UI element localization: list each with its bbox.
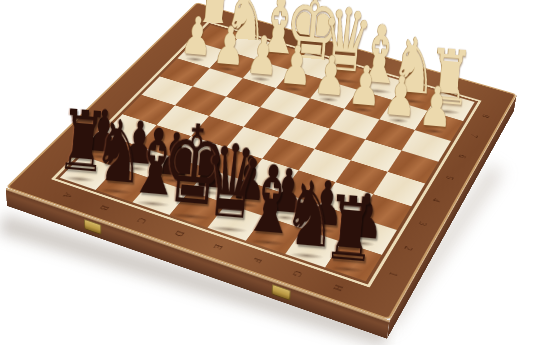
dark-rook-h1: ♜	[320, 183, 380, 275]
perspective-stage: ABCDEFGH 12345678 ♜♞♝♚♛♝♞♜♟♟♟♟♟♟♟♟♟♟♟♟♟♟…	[0, 0, 560, 345]
chess-board: ABCDEFGH 12345678 ♜♞♝♚♛♝♞♜♟♟♟♟♟♟♟♟♟♟♟♟♟♟…	[6, 2, 517, 320]
light-pawn-a7: ♟	[179, 9, 214, 64]
chess-set-photo: ABCDEFGH 12345678 ♜♞♝♚♛♝♞♜♟♟♟♟♟♟♟♟♟♟♟♟♟♟…	[0, 0, 560, 345]
light-pawn-g7: ♟	[382, 68, 419, 125]
brass-clasp-right	[271, 284, 290, 301]
brass-clasp-left	[84, 219, 101, 235]
light-pawn-c7: ♟	[244, 28, 280, 84]
light-pawn-e7: ♟	[312, 48, 348, 104]
light-pawn-h7: ♟	[417, 78, 454, 136]
light-pawn-f7: ♟	[347, 58, 384, 115]
light-pawn-d7: ♟	[278, 38, 314, 94]
light-pawn-b7: ♟	[211, 19, 247, 74]
